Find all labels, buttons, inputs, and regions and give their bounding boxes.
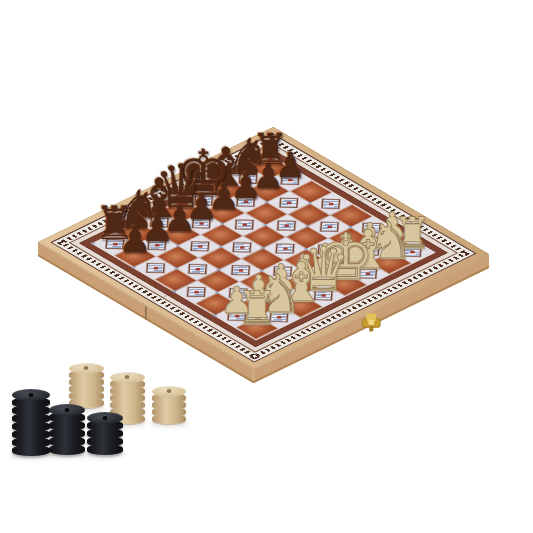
checker-disc-cream bbox=[152, 414, 186, 424]
checker-disc-top-black bbox=[12, 389, 50, 401]
checker-disc-top-black bbox=[49, 404, 85, 416]
checkers-stack-cream bbox=[69, 363, 104, 409]
checker-disc-black bbox=[49, 444, 85, 455]
checkers-stack-black bbox=[87, 412, 123, 455]
draughts-discs-layer bbox=[0, 0, 533, 533]
checker-disc-black bbox=[12, 445, 50, 456]
checker-disc-top-cream bbox=[69, 363, 104, 374]
checkers-stack-black bbox=[49, 404, 85, 455]
product-photo-scene: ♜♞♟♝♟♚♟♛♟♝♟♞♟♟♜♟♟♜♟♟♞♟♝♟♚♟♛♟♝♟♞♜ bbox=[0, 0, 533, 533]
checkers-stack-cream bbox=[152, 386, 186, 425]
checker-disc-top-black bbox=[87, 412, 123, 424]
checker-disc-top-cream bbox=[152, 386, 186, 397]
checker-disc-top-cream bbox=[110, 372, 145, 383]
checkers-stack-black bbox=[12, 389, 50, 456]
checker-disc-black bbox=[87, 444, 123, 455]
